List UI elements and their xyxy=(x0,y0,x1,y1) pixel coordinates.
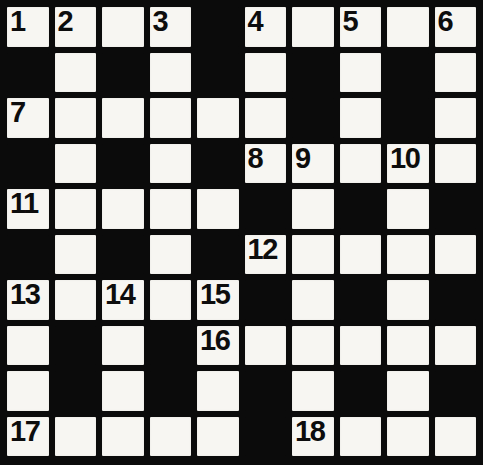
clue-number: 13 xyxy=(10,280,39,309)
crossword-cell[interactable] xyxy=(55,280,97,320)
crossword-cell[interactable]: 3 xyxy=(150,7,192,47)
black-cell xyxy=(435,371,477,411)
black-cell xyxy=(102,53,144,93)
clue-number: 7 xyxy=(10,98,25,127)
crossword-cell[interactable] xyxy=(7,326,49,366)
crossword-cell[interactable]: 8 xyxy=(245,144,287,184)
black-cell xyxy=(245,280,287,320)
crossword-cell[interactable] xyxy=(387,326,429,366)
crossword-cell[interactable] xyxy=(55,144,97,184)
black-cell xyxy=(387,53,429,93)
crossword-cell[interactable]: 5 xyxy=(340,7,382,47)
crossword-cell[interactable]: 9 xyxy=(292,144,334,184)
crossword-cell[interactable] xyxy=(292,280,334,320)
crossword-cell[interactable] xyxy=(150,280,192,320)
black-cell xyxy=(197,7,239,47)
clue-number: 2 xyxy=(58,7,73,36)
crossword-cell[interactable] xyxy=(245,98,287,138)
crossword-board: 123456789101112131415161718 xyxy=(0,0,483,465)
crossword-cell[interactable] xyxy=(292,189,334,229)
clue-number: 10 xyxy=(390,144,419,173)
black-cell xyxy=(150,326,192,366)
black-cell xyxy=(7,144,49,184)
crossword-cell[interactable] xyxy=(197,371,239,411)
black-cell xyxy=(340,189,382,229)
crossword-cell[interactable] xyxy=(150,144,192,184)
black-cell xyxy=(102,235,144,275)
black-cell xyxy=(292,53,334,93)
black-cell xyxy=(55,371,97,411)
clue-number: 14 xyxy=(105,280,134,309)
clue-number: 16 xyxy=(200,326,229,355)
clue-number: 8 xyxy=(248,144,263,173)
black-cell xyxy=(197,144,239,184)
clue-number: 1 xyxy=(10,7,25,36)
crossword-cell[interactable]: 2 xyxy=(55,7,97,47)
crossword-cell[interactable] xyxy=(387,235,429,275)
crossword-cell[interactable]: 7 xyxy=(7,98,49,138)
crossword-cell[interactable] xyxy=(150,417,192,457)
black-cell xyxy=(197,53,239,93)
crossword-cell[interactable]: 1 xyxy=(7,7,49,47)
crossword-cell[interactable]: 12 xyxy=(245,235,287,275)
crossword-cell[interactable] xyxy=(340,417,382,457)
crossword-cell[interactable] xyxy=(292,326,334,366)
black-cell xyxy=(435,280,477,320)
crossword-cell[interactable] xyxy=(340,98,382,138)
black-cell xyxy=(435,189,477,229)
crossword-cell[interactable] xyxy=(55,417,97,457)
crossword-cell[interactable] xyxy=(435,144,477,184)
crossword-cell[interactable]: 18 xyxy=(292,417,334,457)
crossword-cell[interactable] xyxy=(102,98,144,138)
crossword-cell[interactable] xyxy=(435,326,477,366)
black-cell xyxy=(7,235,49,275)
black-cell xyxy=(102,144,144,184)
black-cell xyxy=(245,189,287,229)
clue-number: 6 xyxy=(438,7,453,36)
crossword-cell[interactable]: 6 xyxy=(435,7,477,47)
crossword-cell[interactable]: 4 xyxy=(245,7,287,47)
black-cell xyxy=(7,53,49,93)
crossword-cell[interactable] xyxy=(245,53,287,93)
crossword-cell[interactable] xyxy=(340,326,382,366)
crossword-cell[interactable] xyxy=(197,189,239,229)
clue-number: 9 xyxy=(295,144,310,173)
crossword-cell[interactable] xyxy=(292,235,334,275)
crossword-cell[interactable] xyxy=(435,53,477,93)
crossword-cell[interactable] xyxy=(55,189,97,229)
crossword-cell[interactable] xyxy=(340,53,382,93)
crossword-cell[interactable] xyxy=(55,98,97,138)
crossword-cell[interactable] xyxy=(387,417,429,457)
crossword-cell[interactable] xyxy=(387,189,429,229)
crossword-cell[interactable] xyxy=(245,326,287,366)
crossword-cell[interactable] xyxy=(55,53,97,93)
clue-number: 15 xyxy=(200,280,229,309)
crossword-cell[interactable]: 15 xyxy=(197,280,239,320)
clue-number: 5 xyxy=(343,7,358,36)
crossword-cell[interactable] xyxy=(340,235,382,275)
black-cell xyxy=(340,371,382,411)
crossword-cell[interactable] xyxy=(102,371,144,411)
crossword-cell[interactable] xyxy=(150,53,192,93)
black-cell xyxy=(197,235,239,275)
black-cell xyxy=(292,98,334,138)
crossword-cell[interactable] xyxy=(387,371,429,411)
crossword-cell[interactable] xyxy=(340,144,382,184)
crossword-cell[interactable] xyxy=(150,98,192,138)
crossword-cell[interactable]: 10 xyxy=(387,144,429,184)
clue-number: 12 xyxy=(248,235,277,264)
black-cell xyxy=(340,280,382,320)
black-cell xyxy=(55,326,97,366)
clue-number: 11 xyxy=(10,189,38,218)
crossword-cell[interactable] xyxy=(435,98,477,138)
crossword-cell[interactable] xyxy=(387,7,429,47)
crossword-cell[interactable] xyxy=(197,98,239,138)
crossword-cell[interactable] xyxy=(102,417,144,457)
crossword-cell[interactable] xyxy=(292,7,334,47)
clue-number: 4 xyxy=(248,7,263,36)
crossword-cell[interactable] xyxy=(102,189,144,229)
black-cell xyxy=(387,98,429,138)
black-cell xyxy=(245,371,287,411)
crossword-cell[interactable] xyxy=(387,280,429,320)
crossword-cell[interactable] xyxy=(435,417,477,457)
crossword-cell[interactable] xyxy=(55,235,97,275)
crossword-cell[interactable] xyxy=(150,235,192,275)
crossword-cell[interactable]: 11 xyxy=(7,189,49,229)
crossword-cell[interactable]: 14 xyxy=(102,280,144,320)
crossword-cell[interactable]: 13 xyxy=(7,280,49,320)
crossword-cell[interactable] xyxy=(292,371,334,411)
crossword-cell[interactable] xyxy=(435,235,477,275)
crossword-cell[interactable] xyxy=(150,189,192,229)
black-cell xyxy=(150,371,192,411)
crossword-cell[interactable] xyxy=(102,7,144,47)
clue-number: 18 xyxy=(295,417,324,446)
crossword-cell[interactable]: 17 xyxy=(7,417,49,457)
crossword-cell[interactable] xyxy=(102,326,144,366)
crossword-cell[interactable] xyxy=(7,371,49,411)
clue-number: 3 xyxy=(153,7,168,36)
clue-number: 17 xyxy=(10,417,39,446)
crossword-cell[interactable]: 16 xyxy=(197,326,239,366)
black-cell xyxy=(245,417,287,457)
crossword-cell[interactable] xyxy=(197,417,239,457)
